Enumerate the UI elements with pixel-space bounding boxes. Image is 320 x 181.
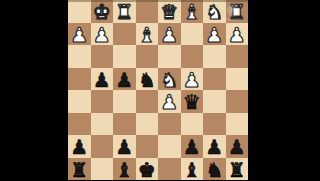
square-c5[interactable]: ♛ bbox=[181, 90, 204, 113]
white-rook[interactable]: ♜ bbox=[228, 1, 246, 23]
square-b1[interactable]: ♞ bbox=[203, 0, 226, 23]
square-b2[interactable]: ♟ bbox=[203, 23, 226, 46]
square-h2[interactable]: ♟ bbox=[68, 23, 91, 46]
white-pawn[interactable]: ♟ bbox=[70, 23, 88, 45]
white-bishop[interactable]: ♝ bbox=[138, 23, 156, 45]
square-f6[interactable] bbox=[113, 113, 136, 136]
square-h7[interactable]: ♟ bbox=[68, 135, 91, 158]
black-pawn[interactable]: ♟ bbox=[205, 136, 223, 158]
square-d3[interactable] bbox=[158, 45, 181, 68]
square-f5[interactable] bbox=[113, 90, 136, 113]
square-a1[interactable]: ♜ bbox=[226, 0, 249, 23]
white-knight[interactable]: ♞ bbox=[160, 68, 178, 90]
black-pawn[interactable]: ♟ bbox=[93, 68, 111, 90]
square-h1[interactable] bbox=[68, 0, 91, 23]
square-d6[interactable] bbox=[158, 113, 181, 136]
square-g8[interactable] bbox=[91, 158, 114, 181]
square-h4[interactable] bbox=[68, 68, 91, 91]
white-pawn[interactable]: ♟ bbox=[93, 23, 111, 45]
square-b3[interactable] bbox=[203, 45, 226, 68]
black-knight[interactable]: ♞ bbox=[138, 68, 156, 90]
square-b6[interactable] bbox=[203, 113, 226, 136]
video-frame: ♚♜♛♝♞♜♟♟♝♟♟♟♟♟♞♞♟♟♛♟♟♟♟♟♜♝♚♝♞♜ K bbox=[0, 0, 320, 180]
square-a5[interactable] bbox=[226, 90, 249, 113]
white-pawn[interactable]: ♟ bbox=[160, 23, 178, 45]
square-b4[interactable] bbox=[203, 68, 226, 91]
square-e2[interactable]: ♝ bbox=[136, 23, 159, 46]
square-g2[interactable]: ♟ bbox=[91, 23, 114, 46]
black-bishop[interactable]: ♝ bbox=[183, 158, 201, 180]
black-rook[interactable]: ♜ bbox=[228, 158, 246, 180]
square-d7[interactable] bbox=[158, 135, 181, 158]
square-f4[interactable]: ♟ bbox=[113, 68, 136, 91]
square-f1[interactable]: ♜ bbox=[113, 0, 136, 23]
square-e6[interactable] bbox=[136, 113, 159, 136]
square-f2[interactable] bbox=[113, 23, 136, 46]
square-d8[interactable] bbox=[158, 158, 181, 181]
square-e5[interactable] bbox=[136, 90, 159, 113]
square-g6[interactable] bbox=[91, 113, 114, 136]
square-c8[interactable]: ♝ bbox=[181, 158, 204, 181]
black-knight[interactable]: ♞ bbox=[205, 158, 223, 180]
square-g5[interactable] bbox=[91, 90, 114, 113]
square-c6[interactable] bbox=[181, 113, 204, 136]
square-g1[interactable]: ♚ bbox=[91, 0, 114, 23]
black-rook[interactable]: ♜ bbox=[70, 158, 88, 180]
white-knight[interactable]: ♞ bbox=[205, 1, 223, 23]
square-g7[interactable] bbox=[91, 135, 114, 158]
square-e4[interactable]: ♞ bbox=[136, 68, 159, 91]
square-a2[interactable]: ♟ bbox=[226, 23, 249, 46]
square-g3[interactable] bbox=[91, 45, 114, 68]
black-pawn[interactable]: ♟ bbox=[70, 136, 88, 158]
square-e8[interactable]: ♚ bbox=[136, 158, 159, 181]
black-pawn[interactable]: ♟ bbox=[183, 136, 201, 158]
square-d4[interactable]: ♞ bbox=[158, 68, 181, 91]
square-d1[interactable]: ♛ bbox=[158, 0, 181, 23]
square-a6[interactable] bbox=[226, 113, 249, 136]
square-f7[interactable]: ♟ bbox=[113, 135, 136, 158]
black-queen[interactable]: ♛ bbox=[183, 91, 201, 113]
square-e1[interactable] bbox=[136, 0, 159, 23]
square-g4[interactable]: ♟ bbox=[91, 68, 114, 91]
left-pillarbox bbox=[0, 0, 68, 180]
white-king[interactable]: ♚ bbox=[93, 1, 111, 23]
square-h8[interactable]: ♜ bbox=[68, 158, 91, 181]
square-b7[interactable]: ♟ bbox=[203, 135, 226, 158]
white-queen[interactable]: ♛ bbox=[160, 1, 178, 23]
chess-board: ♚♜♛♝♞♜♟♟♝♟♟♟♟♟♞♞♟♟♛♟♟♟♟♟♜♝♚♝♞♜ bbox=[68, 0, 248, 180]
top-edge-shade bbox=[68, 0, 248, 2]
black-pawn[interactable]: ♟ bbox=[228, 136, 246, 158]
black-king[interactable]: ♚ bbox=[138, 158, 156, 180]
square-c2[interactable] bbox=[181, 23, 204, 46]
square-d5[interactable]: ♟ bbox=[158, 90, 181, 113]
white-rook[interactable]: ♜ bbox=[115, 1, 133, 23]
white-pawn[interactable]: ♟ bbox=[160, 91, 178, 113]
square-h5[interactable] bbox=[68, 90, 91, 113]
white-pawn[interactable]: ♟ bbox=[228, 23, 246, 45]
square-a8[interactable]: ♜ bbox=[226, 158, 249, 181]
square-a4[interactable] bbox=[226, 68, 249, 91]
square-d2[interactable]: ♟ bbox=[158, 23, 181, 46]
square-c3[interactable] bbox=[181, 45, 204, 68]
white-pawn[interactable]: ♟ bbox=[183, 68, 201, 90]
square-b8[interactable]: ♞ bbox=[203, 158, 226, 181]
black-pawn[interactable]: ♟ bbox=[115, 136, 133, 158]
square-h6[interactable] bbox=[68, 113, 91, 136]
white-pawn[interactable]: ♟ bbox=[205, 23, 223, 45]
right-pillarbox bbox=[248, 0, 320, 180]
square-b5[interactable] bbox=[203, 90, 226, 113]
square-c1[interactable]: ♝ bbox=[181, 0, 204, 23]
square-e3[interactable] bbox=[136, 45, 159, 68]
square-f3[interactable] bbox=[113, 45, 136, 68]
square-h3[interactable] bbox=[68, 45, 91, 68]
black-bishop[interactable]: ♝ bbox=[115, 158, 133, 180]
white-bishop[interactable]: ♝ bbox=[183, 1, 201, 23]
square-a3[interactable] bbox=[226, 45, 249, 68]
black-pawn[interactable]: ♟ bbox=[115, 68, 133, 90]
square-a7[interactable]: ♟ bbox=[226, 135, 249, 158]
square-c7[interactable]: ♟ bbox=[181, 135, 204, 158]
square-e7[interactable] bbox=[136, 135, 159, 158]
square-c4[interactable]: ♟ bbox=[181, 68, 204, 91]
square-f8[interactable]: ♝ bbox=[113, 158, 136, 181]
